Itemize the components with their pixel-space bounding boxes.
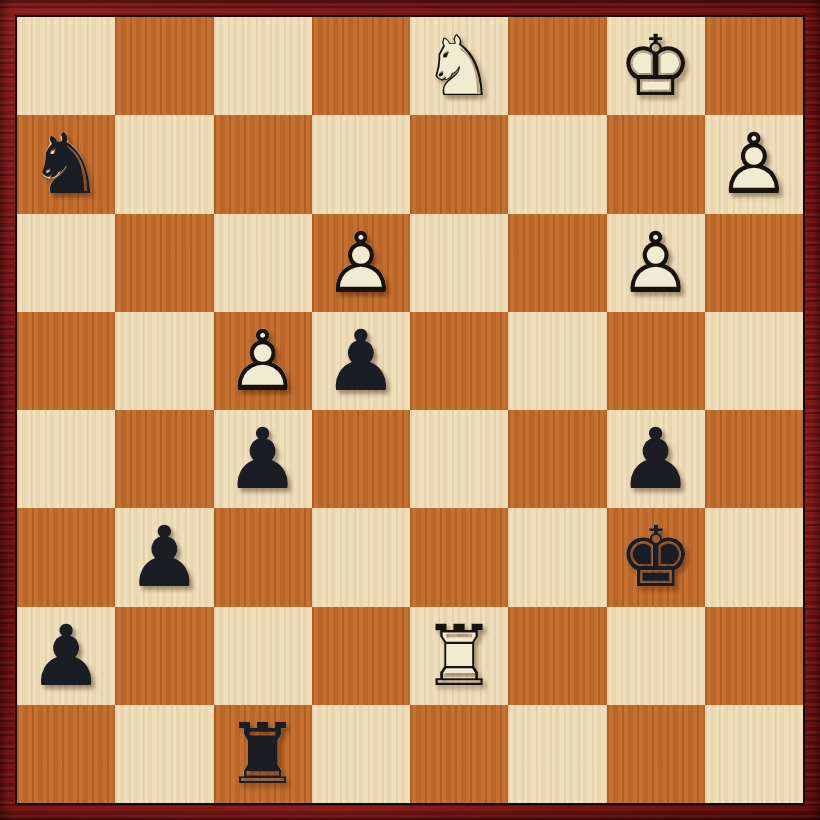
square-g8[interactable]: ♚♔ bbox=[607, 17, 705, 115]
black-pawn-c4[interactable]: ♙♟ bbox=[225, 417, 300, 501]
square-b4[interactable] bbox=[115, 410, 213, 508]
square-c3[interactable] bbox=[214, 508, 312, 606]
white-king-g8[interactable]: ♚♔ bbox=[618, 24, 693, 108]
black-pawn-a2[interactable]: ♙♟ bbox=[28, 614, 103, 698]
knight-fill-layer: ♞ bbox=[28, 122, 103, 206]
square-f4[interactable] bbox=[508, 410, 606, 508]
pawn-outline-layer: ♙ bbox=[618, 221, 693, 305]
square-a1[interactable] bbox=[17, 705, 115, 803]
square-a2[interactable]: ♙♟ bbox=[17, 607, 115, 705]
pawn-fill-layer: ♟ bbox=[225, 417, 300, 501]
square-g7[interactable] bbox=[607, 115, 705, 213]
square-g4[interactable]: ♙♟ bbox=[607, 410, 705, 508]
square-b6[interactable] bbox=[115, 214, 213, 312]
pawn-fill-layer: ♟ bbox=[323, 319, 398, 403]
king-fill-layer: ♚ bbox=[618, 515, 693, 599]
square-h2[interactable] bbox=[705, 607, 803, 705]
square-e1[interactable] bbox=[410, 705, 508, 803]
square-e3[interactable] bbox=[410, 508, 508, 606]
square-h7[interactable]: ♟♙ bbox=[705, 115, 803, 213]
square-d8[interactable] bbox=[312, 17, 410, 115]
black-pawn-g4[interactable]: ♙♟ bbox=[618, 417, 693, 501]
square-f8[interactable] bbox=[508, 17, 606, 115]
square-d1[interactable] bbox=[312, 705, 410, 803]
square-e8[interactable]: ♞♘ bbox=[410, 17, 508, 115]
square-h1[interactable] bbox=[705, 705, 803, 803]
square-e5[interactable] bbox=[410, 312, 508, 410]
white-knight-e8[interactable]: ♞♘ bbox=[421, 24, 496, 108]
square-h6[interactable] bbox=[705, 214, 803, 312]
square-f1[interactable] bbox=[508, 705, 606, 803]
king-outline-layer: ♔ bbox=[618, 24, 693, 108]
square-b1[interactable] bbox=[115, 705, 213, 803]
square-e6[interactable] bbox=[410, 214, 508, 312]
square-c1[interactable]: ♖♜ bbox=[214, 705, 312, 803]
square-a4[interactable] bbox=[17, 410, 115, 508]
square-b7[interactable] bbox=[115, 115, 213, 213]
square-c8[interactable] bbox=[214, 17, 312, 115]
white-pawn-g6[interactable]: ♟♙ bbox=[618, 221, 693, 305]
square-d4[interactable] bbox=[312, 410, 410, 508]
square-a7[interactable]: ♘♞ bbox=[17, 115, 115, 213]
board-frame: ♞♘♚♔♘♞♟♙♟♙♟♙♟♙♙♟♙♟♙♟♙♟♔♚♙♟♜♖♖♜ bbox=[0, 0, 820, 820]
square-h4[interactable] bbox=[705, 410, 803, 508]
square-h3[interactable] bbox=[705, 508, 803, 606]
pawn-outline-layer: ♙ bbox=[716, 122, 791, 206]
white-pawn-d6[interactable]: ♟♙ bbox=[323, 221, 398, 305]
black-knight-a7[interactable]: ♘♞ bbox=[28, 122, 103, 206]
square-b8[interactable] bbox=[115, 17, 213, 115]
square-c5[interactable]: ♟♙ bbox=[214, 312, 312, 410]
square-e4[interactable] bbox=[410, 410, 508, 508]
square-d2[interactable] bbox=[312, 607, 410, 705]
black-pawn-b3[interactable]: ♙♟ bbox=[127, 515, 202, 599]
square-f6[interactable] bbox=[508, 214, 606, 312]
rook-fill-layer: ♜ bbox=[225, 712, 300, 796]
square-g3[interactable]: ♔♚ bbox=[607, 508, 705, 606]
knight-outline-layer: ♘ bbox=[421, 24, 496, 108]
square-f2[interactable] bbox=[508, 607, 606, 705]
square-f5[interactable] bbox=[508, 312, 606, 410]
square-f7[interactable] bbox=[508, 115, 606, 213]
square-e2[interactable]: ♜♖ bbox=[410, 607, 508, 705]
pawn-fill-layer: ♟ bbox=[618, 417, 693, 501]
square-h5[interactable] bbox=[705, 312, 803, 410]
square-d7[interactable] bbox=[312, 115, 410, 213]
square-g1[interactable] bbox=[607, 705, 705, 803]
square-g5[interactable] bbox=[607, 312, 705, 410]
white-rook-e2[interactable]: ♜♖ bbox=[421, 614, 496, 698]
pawn-outline-layer: ♙ bbox=[323, 221, 398, 305]
square-c2[interactable] bbox=[214, 607, 312, 705]
pawn-outline-layer: ♙ bbox=[225, 319, 300, 403]
square-a6[interactable] bbox=[17, 214, 115, 312]
black-rook-c1[interactable]: ♖♜ bbox=[225, 712, 300, 796]
square-c6[interactable] bbox=[214, 214, 312, 312]
black-pawn-d5[interactable]: ♙♟ bbox=[323, 319, 398, 403]
square-b3[interactable]: ♙♟ bbox=[115, 508, 213, 606]
square-a3[interactable] bbox=[17, 508, 115, 606]
square-a5[interactable] bbox=[17, 312, 115, 410]
square-d5[interactable]: ♙♟ bbox=[312, 312, 410, 410]
black-king-g3[interactable]: ♔♚ bbox=[618, 515, 693, 599]
rook-outline-layer: ♖ bbox=[421, 614, 496, 698]
square-e7[interactable] bbox=[410, 115, 508, 213]
pawn-fill-layer: ♟ bbox=[127, 515, 202, 599]
square-a8[interactable] bbox=[17, 17, 115, 115]
square-b5[interactable] bbox=[115, 312, 213, 410]
white-pawn-h7[interactable]: ♟♙ bbox=[716, 122, 791, 206]
square-d6[interactable]: ♟♙ bbox=[312, 214, 410, 312]
pawn-fill-layer: ♟ bbox=[28, 614, 103, 698]
chess-board: ♞♘♚♔♘♞♟♙♟♙♟♙♟♙♙♟♙♟♙♟♙♟♔♚♙♟♜♖♖♜ bbox=[15, 15, 805, 805]
square-d3[interactable] bbox=[312, 508, 410, 606]
white-pawn-c5[interactable]: ♟♙ bbox=[225, 319, 300, 403]
square-h8[interactable] bbox=[705, 17, 803, 115]
square-c7[interactable] bbox=[214, 115, 312, 213]
square-f3[interactable] bbox=[508, 508, 606, 606]
square-b2[interactable] bbox=[115, 607, 213, 705]
square-g6[interactable]: ♟♙ bbox=[607, 214, 705, 312]
square-g2[interactable] bbox=[607, 607, 705, 705]
square-c4[interactable]: ♙♟ bbox=[214, 410, 312, 508]
